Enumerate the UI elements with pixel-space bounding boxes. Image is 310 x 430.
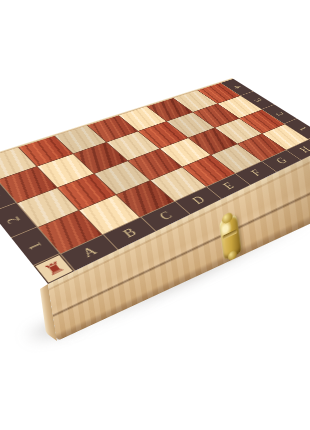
latch-knob bbox=[227, 249, 237, 261]
rank-label-text: 3 bbox=[252, 97, 263, 102]
product-photo-stage: 4321♜ 4321♜ ABCDEFGH bbox=[0, 0, 310, 430]
rank-label-text: 2 bbox=[273, 111, 284, 117]
rank-label-text: 1 bbox=[297, 126, 309, 132]
rank-label-text: 4 bbox=[231, 85, 242, 90]
rank-label-text: 1 bbox=[25, 240, 45, 252]
brass-clasp-latch bbox=[219, 213, 242, 260]
rank-label-text: 3 bbox=[0, 191, 3, 200]
rank-label-text: 2 bbox=[4, 214, 23, 224]
